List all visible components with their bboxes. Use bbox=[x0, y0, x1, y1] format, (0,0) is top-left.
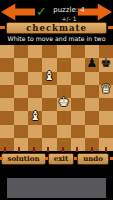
square-f2[interactable] bbox=[71, 125, 85, 138]
square-d3[interactable] bbox=[42, 111, 56, 124]
square-a5[interactable] bbox=[0, 85, 14, 98]
square-c3[interactable]: ♝ bbox=[28, 111, 42, 124]
square-h3[interactable] bbox=[99, 111, 113, 124]
nail-decoration bbox=[47, 147, 49, 152]
square-g4[interactable] bbox=[85, 98, 99, 111]
square-b3[interactable] bbox=[14, 111, 28, 124]
white-king[interactable]: ♚ bbox=[57, 96, 71, 109]
square-h5[interactable]: ♛ bbox=[99, 85, 113, 98]
nail-decoration bbox=[62, 147, 64, 152]
square-b4[interactable] bbox=[14, 98, 28, 111]
puzzle-number-label: puzzle: 4 bbox=[40, 6, 98, 14]
square-f7[interactable] bbox=[71, 58, 85, 71]
white-queen[interactable]: ♛ bbox=[99, 82, 113, 95]
square-a7[interactable] bbox=[0, 58, 14, 71]
nail-decoration bbox=[91, 147, 93, 152]
square-b2[interactable] bbox=[14, 125, 28, 138]
square-a8[interactable] bbox=[0, 45, 14, 58]
button-chain-link-decoration bbox=[0, 157, 3, 160]
chess-board[interactable]: ♟♚♝♛♚♝ bbox=[0, 45, 113, 151]
square-c5[interactable] bbox=[28, 85, 42, 98]
nail-decoration bbox=[105, 147, 107, 152]
square-h4[interactable] bbox=[99, 98, 113, 111]
black-pawn[interactable]: ♟ bbox=[85, 56, 99, 69]
square-a3[interactable] bbox=[0, 111, 14, 124]
square-b8[interactable] bbox=[14, 45, 28, 58]
square-e6[interactable] bbox=[57, 72, 71, 85]
button-chain-link-decoration bbox=[74, 157, 77, 160]
square-e7[interactable] bbox=[57, 58, 71, 71]
square-h7[interactable]: ♚ bbox=[99, 58, 113, 71]
square-c6[interactable] bbox=[28, 72, 42, 85]
square-e3[interactable] bbox=[57, 111, 71, 124]
square-f4[interactable] bbox=[71, 98, 85, 111]
square-g2[interactable] bbox=[85, 125, 99, 138]
square-a1[interactable] bbox=[0, 138, 14, 151]
square-h2[interactable] bbox=[99, 125, 113, 138]
exit-button[interactable]: exit bbox=[48, 153, 74, 165]
square-g3[interactable] bbox=[85, 111, 99, 124]
square-b1[interactable] bbox=[14, 138, 28, 151]
square-c7[interactable] bbox=[28, 58, 42, 71]
square-f5[interactable] bbox=[71, 85, 85, 98]
chess-puzzle-app: ✓ puzzle: 4 +/- 1 checkmate White to mov… bbox=[0, 0, 113, 200]
square-a2[interactable] bbox=[0, 125, 14, 138]
square-g7[interactable]: ♟ bbox=[85, 58, 99, 71]
undo-button[interactable]: undo bbox=[77, 153, 109, 165]
previous-puzzle-arrow-icon[interactable] bbox=[1, 3, 35, 21]
nail-decoration bbox=[4, 147, 6, 152]
square-d6[interactable]: ♝ bbox=[42, 72, 56, 85]
banner-rope-left-decoration bbox=[0, 26, 5, 29]
square-f6[interactable] bbox=[71, 72, 85, 85]
puzzle-delta-label: +/- 1 bbox=[40, 15, 98, 22]
square-g5[interactable] bbox=[85, 85, 99, 98]
nail-decoration bbox=[76, 147, 78, 152]
white-bishop[interactable]: ♝ bbox=[28, 109, 42, 122]
square-e4[interactable]: ♚ bbox=[57, 98, 71, 111]
nail-decoration bbox=[33, 147, 35, 152]
ad-banner-placeholder bbox=[7, 178, 106, 198]
button-chain-link-decoration bbox=[45, 157, 48, 160]
puzzle-instruction: White to move and mate in two bbox=[0, 35, 113, 42]
square-f3[interactable] bbox=[71, 111, 85, 124]
square-c2[interactable] bbox=[28, 125, 42, 138]
square-e8[interactable] bbox=[57, 45, 71, 58]
square-b7[interactable] bbox=[14, 58, 28, 71]
solution-button[interactable]: solution bbox=[1, 153, 46, 165]
square-b5[interactable] bbox=[14, 85, 28, 98]
square-d8[interactable] bbox=[42, 45, 56, 58]
square-d5[interactable] bbox=[42, 85, 56, 98]
square-c1[interactable] bbox=[28, 138, 42, 151]
square-c8[interactable] bbox=[28, 45, 42, 58]
square-g6[interactable] bbox=[85, 72, 99, 85]
nail-decoration bbox=[18, 147, 20, 152]
square-a4[interactable] bbox=[0, 98, 14, 111]
banner-rope-right-decoration bbox=[108, 26, 113, 29]
square-d2[interactable] bbox=[42, 125, 56, 138]
square-b6[interactable] bbox=[14, 72, 28, 85]
white-bishop[interactable]: ♝ bbox=[42, 69, 56, 82]
square-d4[interactable] bbox=[42, 98, 56, 111]
puzzle-category-banner: checkmate bbox=[6, 22, 107, 34]
square-d1[interactable] bbox=[42, 138, 56, 151]
square-e2[interactable] bbox=[57, 125, 71, 138]
button-chain-link-decoration bbox=[110, 157, 113, 160]
square-a6[interactable] bbox=[0, 72, 14, 85]
black-king[interactable]: ♚ bbox=[99, 56, 113, 69]
square-f8[interactable] bbox=[71, 45, 85, 58]
